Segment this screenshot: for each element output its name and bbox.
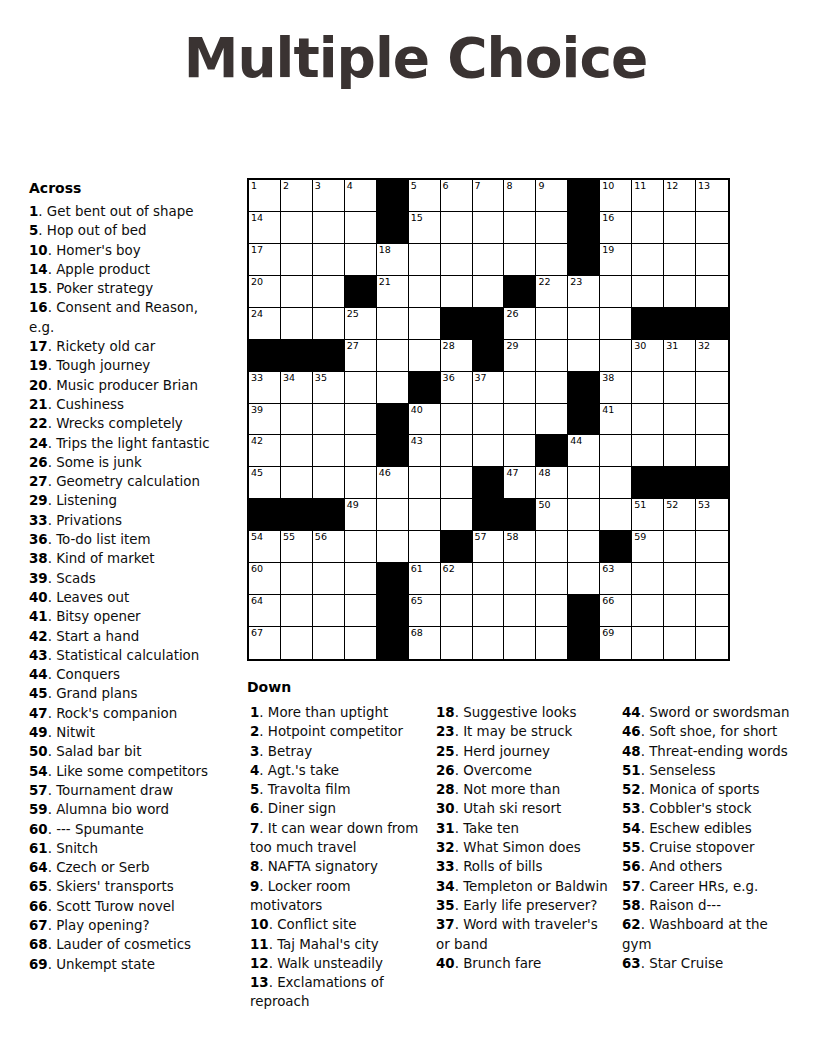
grid-cell[interactable]: 5: [409, 180, 441, 212]
grid-cell[interactable]: 61: [409, 563, 441, 595]
grid-cell[interactable]: 8: [504, 180, 536, 212]
grid-cell[interactable]: [441, 499, 473, 531]
clue-item: 36. To-do list item: [29, 530, 225, 549]
grid-cell[interactable]: [345, 435, 377, 467]
clue-item: 54. Eschew edibles: [622, 819, 798, 838]
clue-number: 28: [436, 782, 455, 797]
grid-cell[interactable]: [696, 212, 728, 244]
cell-number: 56: [315, 531, 327, 542]
grid-cell[interactable]: [377, 340, 409, 372]
grid-cell[interactable]: 60: [249, 563, 281, 595]
grid-cell[interactable]: [345, 244, 377, 276]
clue-number: 1: [29, 204, 38, 219]
grid-cell[interactable]: [536, 627, 568, 659]
grid-cell[interactable]: [536, 212, 568, 244]
cell-number: 29: [506, 340, 518, 351]
grid-cell[interactable]: [345, 467, 377, 499]
clue-item: 14. Apple product: [29, 260, 225, 279]
grid-cell-black: [473, 340, 505, 372]
grid-cell[interactable]: [441, 404, 473, 436]
clue-item: 40. Leaves out: [29, 588, 225, 607]
grid-cell-black: [696, 467, 728, 499]
grid-cell[interactable]: [696, 404, 728, 436]
grid-cell[interactable]: 37: [473, 372, 505, 404]
clue-item: 43. Statistical calculation: [29, 646, 225, 665]
clue-item: 1. Get bent out of shape: [29, 202, 225, 221]
clue-item: 2. Hotpoint competitor: [250, 722, 420, 741]
grid-cell[interactable]: [600, 308, 632, 340]
grid-cell[interactable]: [345, 563, 377, 595]
clue-item: 28. Not more than: [436, 780, 608, 799]
grid-cell-black: [409, 372, 441, 404]
grid-cell[interactable]: [600, 435, 632, 467]
grid-cell[interactable]: [441, 244, 473, 276]
grid-cell[interactable]: [377, 531, 409, 563]
grid-cell[interactable]: [664, 212, 696, 244]
clue-item: 13. Exclamations of reproach: [250, 973, 420, 1012]
clue-item: 59. Alumna bio word: [29, 800, 225, 819]
grid-cell[interactable]: [409, 340, 441, 372]
grid-cell[interactable]: 64: [249, 595, 281, 627]
clue-number: 47: [29, 706, 48, 721]
clue-number: 39: [29, 571, 48, 586]
grid-cell[interactable]: [473, 563, 505, 595]
grid-cell[interactable]: 18: [377, 244, 409, 276]
grid-cell[interactable]: [664, 244, 696, 276]
cell-number: 15: [411, 212, 423, 223]
grid-cell[interactable]: 36: [441, 372, 473, 404]
grid-cell[interactable]: [473, 595, 505, 627]
clue-number: 40: [29, 590, 48, 605]
grid-cell[interactable]: [281, 404, 313, 436]
grid-cell[interactable]: [632, 276, 664, 308]
grid-cell[interactable]: 56: [313, 531, 345, 563]
grid-cell[interactable]: [281, 627, 313, 659]
grid-cell[interactable]: 45: [249, 467, 281, 499]
clue-item: 29. Listening: [29, 491, 225, 510]
grid-cell[interactable]: [632, 404, 664, 436]
grid-cell[interactable]: 49: [345, 499, 377, 531]
grid-cell[interactable]: [504, 435, 536, 467]
grid-cell[interactable]: 25: [345, 308, 377, 340]
clue-number: 31: [436, 821, 455, 836]
grid-cell[interactable]: [441, 595, 473, 627]
clue-item: 11. Taj Mahal's city: [250, 935, 420, 954]
grid-cell[interactable]: [568, 308, 600, 340]
grid-cell[interactable]: 7: [473, 180, 505, 212]
grid-cell[interactable]: 17: [249, 244, 281, 276]
clue-number: 26: [29, 455, 48, 470]
grid-cell[interactable]: [504, 372, 536, 404]
grid-cell[interactable]: [696, 435, 728, 467]
grid-cell[interactable]: [313, 276, 345, 308]
grid-cell-black: [345, 276, 377, 308]
grid-cell[interactable]: [313, 595, 345, 627]
grid-cell[interactable]: 57: [473, 531, 505, 563]
grid-cell[interactable]: [409, 499, 441, 531]
cell-number: 11: [634, 180, 646, 191]
cell-number: 23: [570, 276, 582, 287]
grid-cell[interactable]: [313, 308, 345, 340]
clue-number: 49: [29, 725, 48, 740]
clue-number: 15: [29, 281, 48, 296]
grid-cell[interactable]: 9: [536, 180, 568, 212]
clue-number: 2: [250, 724, 259, 739]
grid-cell-black: [696, 308, 728, 340]
cell-number: 64: [251, 595, 263, 606]
cell-number: 19: [602, 244, 614, 255]
grid-cell[interactable]: [345, 595, 377, 627]
clue-item: 58. Raison d---: [622, 896, 798, 915]
grid-cell[interactable]: 41: [600, 404, 632, 436]
grid-cell[interactable]: [664, 372, 696, 404]
grid-cell[interactable]: [281, 435, 313, 467]
clue-item: 9. Locker room motivators: [250, 877, 420, 916]
grid-cell[interactable]: [536, 531, 568, 563]
grid-cell[interactable]: [504, 595, 536, 627]
grid-cell[interactable]: [504, 244, 536, 276]
grid-cell[interactable]: [504, 627, 536, 659]
clue-item: 54. Like some competitors: [29, 762, 225, 781]
grid-cell[interactable]: [696, 531, 728, 563]
cell-number: 4: [347, 180, 353, 191]
grid-cell[interactable]: [441, 212, 473, 244]
grid-cell[interactable]: 69: [600, 627, 632, 659]
clue-item: 56. And others: [622, 857, 798, 876]
grid-cell[interactable]: 11: [632, 180, 664, 212]
clue-number: 23: [436, 724, 455, 739]
grid-cell[interactable]: [600, 499, 632, 531]
clue-item: 44. Sword or swordsman: [622, 703, 798, 722]
grid-cell[interactable]: 26: [504, 308, 536, 340]
grid-cell[interactable]: [664, 404, 696, 436]
grid-cell[interactable]: [568, 499, 600, 531]
grid-cell[interactable]: [696, 372, 728, 404]
clue-number: 42: [29, 629, 48, 644]
clue-number: 57: [622, 879, 641, 894]
grid-cell[interactable]: 44: [568, 435, 600, 467]
grid-cell[interactable]: 39: [249, 404, 281, 436]
grid-cell[interactable]: [281, 244, 313, 276]
grid-cell[interactable]: [664, 563, 696, 595]
grid-cell[interactable]: 63: [600, 563, 632, 595]
grid-cell[interactable]: [281, 595, 313, 627]
grid-cell-black: [473, 499, 505, 531]
grid-cell[interactable]: 52: [664, 499, 696, 531]
grid-cell[interactable]: 10: [600, 180, 632, 212]
grid-cell-black: [568, 404, 600, 436]
grid-cell[interactable]: [409, 531, 441, 563]
clue-item: 39. Scads: [29, 569, 225, 588]
cell-number: 25: [347, 308, 359, 319]
grid-cell[interactable]: [345, 627, 377, 659]
grid-cell[interactable]: 30: [632, 340, 664, 372]
grid-cell[interactable]: 51: [632, 499, 664, 531]
clue-item: 47. Rock's companion: [29, 704, 225, 723]
grid-cell[interactable]: 1: [249, 180, 281, 212]
grid-cell-black: [568, 244, 600, 276]
grid-cell[interactable]: [568, 531, 600, 563]
clue-item: 30. Utah ski resort: [436, 799, 608, 818]
grid-cell[interactable]: 53: [696, 499, 728, 531]
grid-cell[interactable]: 34: [281, 372, 313, 404]
grid-cell[interactable]: [696, 276, 728, 308]
clue-number: 5: [250, 782, 259, 797]
cell-number: 49: [347, 499, 359, 510]
grid-cell-black: [664, 308, 696, 340]
grid-cell[interactable]: [473, 404, 505, 436]
grid-cell[interactable]: [441, 435, 473, 467]
grid-cell[interactable]: [313, 212, 345, 244]
grid-cell[interactable]: [441, 276, 473, 308]
clue-number: 11: [250, 937, 269, 952]
grid-cell[interactable]: 50: [536, 499, 568, 531]
grid-cell-black: [568, 180, 600, 212]
grid-cell[interactable]: [600, 340, 632, 372]
grid-cell[interactable]: [632, 212, 664, 244]
cell-number: 69: [602, 627, 614, 638]
grid-cell[interactable]: [568, 340, 600, 372]
grid-cell-black: [377, 595, 409, 627]
grid-cell[interactable]: 6: [441, 180, 473, 212]
clue-item: 12. Walk unsteadily: [250, 954, 420, 973]
grid-cell[interactable]: [632, 435, 664, 467]
grid-cell[interactable]: 13: [696, 180, 728, 212]
cell-number: 3: [315, 180, 321, 191]
grid-cell[interactable]: 2: [281, 180, 313, 212]
cell-number: 57: [475, 531, 487, 542]
grid-cell[interactable]: [664, 627, 696, 659]
grid-cell[interactable]: [441, 627, 473, 659]
grid-cell[interactable]: [345, 212, 377, 244]
grid-cell[interactable]: [313, 404, 345, 436]
grid-cell[interactable]: [632, 563, 664, 595]
cell-number: 20: [251, 276, 263, 287]
clue-number: 10: [29, 243, 48, 258]
cell-number: 65: [411, 595, 423, 606]
grid-cell[interactable]: [664, 595, 696, 627]
clue-item: 17. Rickety old car: [29, 337, 225, 356]
grid-cell[interactable]: 67: [249, 627, 281, 659]
grid-cell[interactable]: [281, 467, 313, 499]
grid-cell[interactable]: [473, 276, 505, 308]
grid-cell[interactable]: 35: [313, 372, 345, 404]
grid-cell[interactable]: [696, 627, 728, 659]
grid-cell[interactable]: [345, 531, 377, 563]
grid-cell[interactable]: [473, 627, 505, 659]
grid-cell[interactable]: 68: [409, 627, 441, 659]
grid-cell[interactable]: [281, 212, 313, 244]
grid-cell-black: [377, 627, 409, 659]
clue-number: 41: [29, 609, 48, 624]
grid-cell-black: [377, 435, 409, 467]
cell-number: 58: [506, 531, 518, 542]
grid-cell[interactable]: [409, 467, 441, 499]
grid-cell[interactable]: 47: [504, 467, 536, 499]
grid-cell[interactable]: 15: [409, 212, 441, 244]
grid-cell[interactable]: 22: [536, 276, 568, 308]
cell-number: 68: [411, 627, 423, 638]
cell-number: 53: [698, 499, 710, 510]
grid-cell[interactable]: [281, 563, 313, 595]
grid-cell[interactable]: [536, 404, 568, 436]
grid-cell[interactable]: [377, 499, 409, 531]
clue-number: 5: [29, 223, 38, 238]
grid-cell[interactable]: 31: [664, 340, 696, 372]
grid-cell[interactable]: [568, 563, 600, 595]
grid-cell-black: [536, 435, 568, 467]
grid-cell[interactable]: [696, 244, 728, 276]
grid-cell-black: [281, 499, 313, 531]
clue-number: 58: [622, 898, 641, 913]
grid-cell[interactable]: 46: [377, 467, 409, 499]
grid-cell[interactable]: [696, 563, 728, 595]
cell-number: 16: [602, 212, 614, 223]
clue-number: 55: [622, 840, 641, 855]
grid-cell[interactable]: 16: [600, 212, 632, 244]
grid-cell[interactable]: [632, 372, 664, 404]
grid-cell[interactable]: [504, 563, 536, 595]
grid-cell[interactable]: [313, 435, 345, 467]
grid-cell[interactable]: 21: [377, 276, 409, 308]
grid-cell[interactable]: 62: [441, 563, 473, 595]
grid-cell[interactable]: [473, 435, 505, 467]
grid-cell[interactable]: 27: [345, 340, 377, 372]
grid-cell[interactable]: [441, 467, 473, 499]
grid-cell-black: [473, 467, 505, 499]
grid-cell[interactable]: 12: [664, 180, 696, 212]
grid-cell[interactable]: [345, 372, 377, 404]
clue-item: 65. Skiers' transports: [29, 877, 225, 896]
grid-cell[interactable]: 43: [409, 435, 441, 467]
grid-cell[interactable]: 4: [345, 180, 377, 212]
grid-cell[interactable]: [536, 595, 568, 627]
across-clue-list: 1. Get bent out of shape5. Hop out of be…: [29, 202, 225, 974]
grid-cell-black: [568, 372, 600, 404]
grid-cell[interactable]: 23: [568, 276, 600, 308]
grid-cell[interactable]: [632, 244, 664, 276]
grid-cell-black: [441, 531, 473, 563]
grid-cell[interactable]: 54: [249, 531, 281, 563]
grid-cell[interactable]: 55: [281, 531, 313, 563]
grid-cell[interactable]: 32: [696, 340, 728, 372]
grid-cell[interactable]: [345, 404, 377, 436]
grid-cell[interactable]: [504, 404, 536, 436]
clue-number: 21: [29, 397, 48, 412]
clue-number: 66: [29, 899, 48, 914]
grid-cell[interactable]: [536, 244, 568, 276]
cell-number: 28: [443, 340, 455, 351]
cell-number: 33: [251, 372, 263, 383]
clue-number: 20: [29, 378, 48, 393]
grid-cell[interactable]: [409, 244, 441, 276]
grid-cell[interactable]: [313, 244, 345, 276]
clue-number: 3: [250, 744, 259, 759]
cell-number: 63: [602, 563, 614, 574]
grid-cell[interactable]: [313, 467, 345, 499]
grid-cell[interactable]: [504, 212, 536, 244]
grid-cell[interactable]: 38: [600, 372, 632, 404]
down-clue-column-1: 1. More than uptight2. Hotpoint competit…: [250, 703, 420, 1012]
grid-cell[interactable]: 3: [313, 180, 345, 212]
grid-cell[interactable]: 65: [409, 595, 441, 627]
grid-cell[interactable]: [664, 435, 696, 467]
grid-cell[interactable]: [409, 308, 441, 340]
grid-cell[interactable]: [313, 563, 345, 595]
grid-cell[interactable]: 48: [536, 467, 568, 499]
grid-cell[interactable]: [632, 595, 664, 627]
grid-cell[interactable]: [409, 276, 441, 308]
cell-number: 13: [698, 180, 710, 191]
cell-number: 32: [698, 340, 710, 351]
cell-number: 51: [634, 499, 646, 510]
clue-item: 62. Washboard at the gym: [622, 915, 798, 954]
cell-number: 12: [666, 180, 678, 191]
grid-cell[interactable]: [632, 627, 664, 659]
grid-cell[interactable]: 29: [504, 340, 536, 372]
cell-number: 31: [666, 340, 678, 351]
cell-number: 26: [506, 308, 518, 319]
grid-cell[interactable]: 66: [600, 595, 632, 627]
grid-cell[interactable]: 40: [409, 404, 441, 436]
clue-number: 43: [29, 648, 48, 663]
grid-cell[interactable]: 14: [249, 212, 281, 244]
clue-number: 61: [29, 841, 48, 856]
grid-cell[interactable]: 19: [600, 244, 632, 276]
grid-cell[interactable]: [696, 595, 728, 627]
grid-cell[interactable]: 58: [504, 531, 536, 563]
cell-number: 22: [538, 276, 550, 287]
grid-cell[interactable]: [536, 308, 568, 340]
grid-cell[interactable]: 24: [249, 308, 281, 340]
clue-number: 56: [622, 859, 641, 874]
clue-item: 25. Herd journey: [436, 742, 608, 761]
grid-cell[interactable]: [377, 308, 409, 340]
grid-cell[interactable]: [281, 308, 313, 340]
grid-cell[interactable]: 33: [249, 372, 281, 404]
clue-item: 60. --- Spumante: [29, 820, 225, 839]
grid-cell[interactable]: [377, 372, 409, 404]
cell-number: 36: [443, 372, 455, 383]
grid-cell[interactable]: [600, 276, 632, 308]
clue-item: 32. What Simon does: [436, 838, 608, 857]
grid-cell[interactable]: [536, 372, 568, 404]
grid-cell-black: [600, 531, 632, 563]
grid-cell[interactable]: [568, 467, 600, 499]
clue-item: 41. Bitsy opener: [29, 607, 225, 626]
cell-number: 5: [411, 180, 417, 191]
grid-cell[interactable]: [600, 467, 632, 499]
clue-item: 61. Snitch: [29, 839, 225, 858]
grid-cell[interactable]: [536, 563, 568, 595]
grid-cell[interactable]: [664, 276, 696, 308]
grid-cell[interactable]: [313, 627, 345, 659]
clue-number: 44: [622, 705, 641, 720]
grid-cell[interactable]: [664, 531, 696, 563]
cell-number: 6: [443, 180, 449, 191]
grid-cell[interactable]: 59: [632, 531, 664, 563]
grid-cell[interactable]: 28: [441, 340, 473, 372]
clue-number: 30: [436, 801, 455, 816]
grid-cell[interactable]: [473, 212, 505, 244]
clue-number: 40: [436, 956, 455, 971]
grid-cell[interactable]: [536, 340, 568, 372]
grid-cell[interactable]: 42: [249, 435, 281, 467]
cell-number: 27: [347, 340, 359, 351]
grid-cell[interactable]: [473, 244, 505, 276]
grid-cell[interactable]: 20: [249, 276, 281, 308]
grid-cell[interactable]: [281, 276, 313, 308]
